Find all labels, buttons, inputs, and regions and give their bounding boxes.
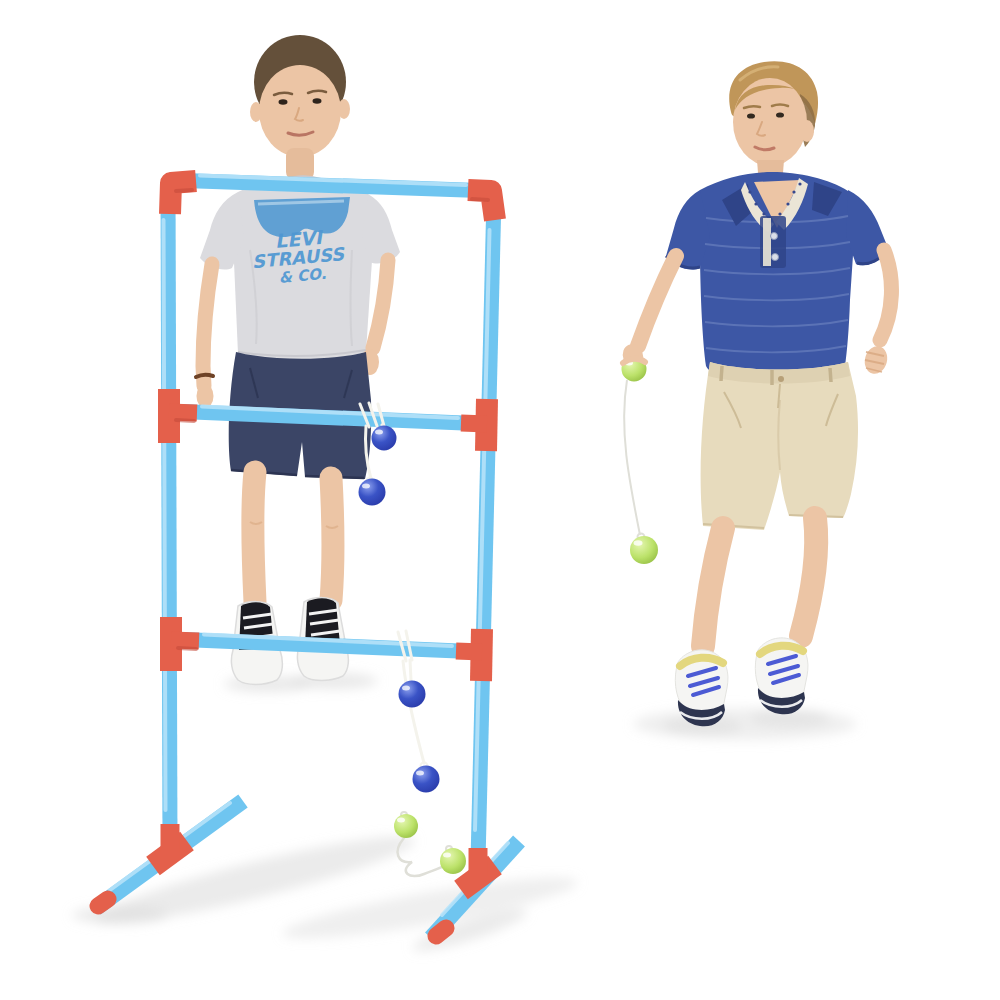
connector-tee-bottom-right-stub — [456, 651, 482, 652]
p2-eye-left — [747, 113, 755, 118]
connector-elbow-top-left — [170, 181, 196, 214]
p1-tshirt-sleeve-right — [362, 194, 400, 264]
floor-shadows — [72, 673, 857, 958]
p2-shoe-left — [675, 650, 728, 727]
highlight-rail-left — [164, 220, 166, 810]
held-bola-cord — [624, 380, 640, 535]
p2-button-1 — [771, 233, 778, 240]
p1-eye-left — [279, 99, 288, 105]
photo-stage: LEVI STRAUSS & CO. — [0, 0, 1000, 1000]
connector-elbow-top-right — [468, 190, 495, 220]
shade-elbow-tr — [472, 199, 488, 200]
dot — [762, 212, 765, 215]
player-2 — [619, 61, 891, 726]
scene-illustration: LEVI STRAUSS & CO. — [0, 0, 1000, 1000]
connector-cap-foot-left — [98, 899, 108, 906]
p1-leg-left — [253, 472, 255, 602]
p1-bracelet — [196, 375, 213, 377]
dot — [778, 212, 781, 215]
p2-placket-floral-strip — [763, 218, 771, 266]
dangling-ball-gloss — [634, 540, 643, 546]
bola2-cord-short — [410, 660, 411, 680]
bola2-ball-lower-gloss — [416, 771, 424, 776]
dangling-ball — [630, 536, 658, 564]
ground-bola-ball-b-gloss — [443, 853, 451, 858]
bola2-ball-lower — [413, 766, 440, 793]
belt-loop — [721, 366, 722, 381]
shade-tee-ml — [176, 420, 194, 421]
connector-tee-bottom-left-stub — [171, 640, 199, 641]
dot — [798, 182, 801, 185]
p1-arm-right — [373, 260, 388, 348]
p2-leg-left — [703, 528, 723, 646]
bola1-ball-lower-gloss — [362, 484, 370, 489]
bola1-ball-upper-gloss — [375, 430, 383, 435]
p2-shoe-right — [755, 638, 808, 715]
bola1-ball-lower — [359, 479, 386, 506]
bola2-ball-upper — [399, 681, 426, 708]
p2-face — [733, 78, 807, 166]
ground-bola-ball-a-gloss — [397, 818, 405, 823]
p2-button-2 — [772, 254, 779, 261]
ground-bola-ball-a — [394, 814, 418, 838]
bola2-cord-long — [403, 661, 424, 763]
p1-leg-right — [331, 478, 333, 600]
dot — [748, 190, 751, 193]
connector-tee-mid-left-stub — [169, 412, 197, 413]
p2-arm-throwing — [638, 256, 676, 346]
p1-hand-left — [197, 384, 214, 408]
dot — [792, 190, 795, 193]
bola1-ball-upper — [372, 426, 397, 451]
p2-arm-on-hip — [880, 250, 891, 340]
shade-tee-bl — [178, 648, 196, 649]
connector-tee-mid-right-stub — [461, 423, 487, 424]
p1-arm-left — [203, 264, 212, 386]
p2-leg-right — [801, 518, 816, 636]
p1-neck — [286, 148, 314, 180]
shadow-left-cap — [72, 906, 168, 924]
shade-elbow-tl — [176, 190, 192, 191]
dot — [786, 202, 789, 205]
p1-face — [259, 65, 341, 157]
ladder-rail-left — [168, 186, 170, 846]
p2-shorts-button — [778, 376, 784, 382]
belt-loop — [830, 368, 831, 382]
player-1: LEVI STRAUSS & CO. — [196, 35, 400, 685]
bola2-ball-upper-gloss — [402, 686, 410, 691]
green-bola-in-hand — [622, 357, 659, 565]
p2-eye-right — [776, 112, 784, 117]
dot — [754, 202, 757, 205]
connector-cap-foot-right — [436, 928, 446, 936]
p1-eye-right — [313, 98, 322, 104]
ground-bola-ball-b — [440, 848, 466, 874]
